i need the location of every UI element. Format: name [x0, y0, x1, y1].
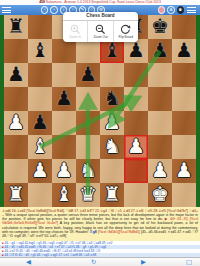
engine-icon[interactable] [158, 6, 165, 13]
square-f6[interactable] [124, 63, 148, 87]
square-a5[interactable] [4, 87, 28, 111]
square-g7[interactable]: ♟ [148, 39, 172, 63]
square-d3[interactable] [76, 135, 100, 159]
square-h8[interactable] [172, 15, 196, 39]
piece-black-pawn[interactable]: ♟ [4, 63, 28, 87]
annotation-segment: [%csl Gd5b5][%cal Rd8d5] [98, 230, 141, 234]
square-d2[interactable]: ♞ [76, 159, 100, 183]
chess-book-study-app: 458 Nakamura - Aronian 1-0 2013 Sinquefi… [0, 0, 200, 266]
square-a2[interactable] [4, 159, 28, 183]
square-e5[interactable]: ♞ [100, 87, 124, 111]
square-d7[interactable] [76, 39, 100, 63]
player-icon[interactable]: ♚ [177, 6, 184, 13]
zoom-out-label: Zoom Out [88, 35, 112, 40]
game-index: 458 [39, 0, 45, 4]
square-d5[interactable] [76, 87, 100, 111]
square-b4[interactable]: ♟ [28, 111, 52, 135]
square-a3[interactable] [4, 135, 28, 159]
piece-black-rook[interactable]: ♜ [4, 15, 28, 39]
square-a7[interactable] [4, 39, 28, 63]
square-b8[interactable] [28, 15, 52, 39]
game-title: Nakamura - Aronian 1-0 2013 Sinquefield … [46, 0, 161, 4]
square-h2[interactable]: ♟ [172, 159, 196, 183]
square-c4[interactable] [52, 111, 76, 135]
square-h4[interactable] [172, 111, 196, 135]
square-b5[interactable] [28, 87, 52, 111]
square-a1[interactable]: ♜ [4, 183, 28, 207]
zoom-in-label: Zoom In [63, 35, 87, 40]
square-f7[interactable]: ♟ [124, 39, 148, 63]
piece-white-knight[interactable]: ♞ [76, 159, 100, 183]
square-a6[interactable]: ♟ [4, 63, 28, 87]
annotations-icon[interactable]: A [167, 6, 174, 13]
piece-white-pawn[interactable]: ♟ [28, 159, 52, 183]
square-g8[interactable]: ♚ [148, 15, 172, 39]
flip-board-label: Flip Board [114, 35, 138, 40]
square-e7[interactable]: ♝ [100, 39, 124, 63]
square-e2[interactable] [100, 159, 124, 183]
piece-black-pawn[interactable]: ♟ [52, 87, 76, 111]
forward-icon[interactable]: › [50, 6, 57, 13]
square-e4[interactable]: ♟ [100, 111, 124, 135]
board-grid: ♜♛♞♜♚♝♝♟♟♟♟♟♟♞♟♟♟♝♞♟♟♟♞♟♟♜♝♛♜♚ [4, 15, 196, 207]
square-g3[interactable] [148, 135, 172, 159]
square-c5[interactable]: ♟ [52, 87, 76, 111]
square-h7[interactable]: ♟ [172, 39, 196, 63]
piece-black-pawn[interactable]: ♟ [124, 39, 148, 63]
square-a8[interactable]: ♜ [4, 15, 28, 39]
toolbar-right-icons: A♚ [158, 6, 184, 13]
square-h3[interactable] [172, 135, 196, 159]
square-c7[interactable] [52, 39, 76, 63]
square-f5[interactable] [124, 87, 148, 111]
square-c1[interactable]: ♝ [52, 183, 76, 207]
square-f2[interactable] [124, 159, 148, 183]
zoom-out-button[interactable]: Zoom Out [87, 21, 112, 42]
piece-black-pawn[interactable]: ♟ [148, 39, 172, 63]
piece-white-bishop[interactable]: ♝ [52, 183, 76, 207]
piece-white-pawn[interactable]: ♟ [52, 159, 76, 183]
square-b1[interactable] [28, 183, 52, 207]
square-f1[interactable] [124, 183, 148, 207]
square-f3[interactable]: ♟ [124, 135, 148, 159]
square-g5[interactable] [148, 87, 172, 111]
square-b6[interactable] [28, 63, 52, 87]
piece-white-bishop[interactable]: ♝ [28, 135, 52, 159]
piece-white-pawn[interactable]: ♟ [124, 135, 148, 159]
back-icon[interactable]: ‹ [41, 6, 48, 13]
zoom-in-icon [63, 23, 87, 35]
square-e3[interactable]: ♞ [100, 135, 124, 159]
piece-black-pawn[interactable]: ♟ [172, 39, 196, 63]
autoplay-icon[interactable]: ↻ [91, 258, 96, 266]
piece-white-pawn[interactable]: ♟ [100, 111, 124, 135]
square-f4[interactable] [124, 111, 148, 135]
annotation-text[interactable]: ♕xd4 16.♕xd4 [%cal Gd8d4][%csl Rd4] ♖fd8… [0, 207, 200, 241]
piece-white-king[interactable]: ♚ [148, 183, 172, 207]
piece-white-pawn[interactable]: ♟ [148, 159, 172, 183]
previous-move-icon[interactable]: ◀ [26, 258, 31, 266]
annotation-segment: ♖g8 [90, 230, 98, 234]
popover-title: Chess Board [63, 12, 138, 21]
chess-board-popover: Chess Board Zoom In Zoom Out Flip Board [63, 12, 138, 42]
piece-black-knight[interactable]: ♞ [100, 87, 124, 111]
menu-icon[interactable] [2, 7, 11, 13]
piece-white-pawn[interactable]: ♟ [172, 159, 196, 183]
bottom-toolbar: ◀↻▶□ [0, 257, 200, 266]
chess-board: ♜♛♞♜♚♝♝♟♟♟♟♟♟♞♟♟♟♝♞♟♟♟♞♟♟♜♝♛♜♚ [0, 15, 200, 207]
engine-lines: 44.♘g4 ♘xg4 45.fxg4 ♗g5 46.♗xg5 ♕xg5 47.… [0, 241, 200, 257]
square-h1[interactable] [172, 183, 196, 207]
piece-white-knight[interactable]: ♞ [100, 135, 124, 159]
next-move-icon[interactable]: ▶ [141, 258, 146, 266]
piece-black-bishop[interactable]: ♝ [100, 39, 124, 63]
square-d4[interactable] [76, 111, 100, 135]
piece-white-queen[interactable]: ♛ [76, 183, 100, 207]
square-g1[interactable]: ♚ [148, 183, 172, 207]
flip-board-button[interactable]: Flip Board [113, 21, 138, 42]
square-b2[interactable]: ♟ [28, 159, 52, 183]
square-b7[interactable]: ♝ [28, 39, 52, 63]
piece-black-pawn[interactable]: ♟ [28, 111, 52, 135]
piece-white-rook[interactable]: ♜ [100, 183, 124, 207]
notation-menu-icon[interactable] [187, 7, 196, 13]
square-h5[interactable] [172, 87, 196, 111]
piece-white-rook[interactable]: ♜ [4, 183, 28, 207]
square-g4[interactable] [148, 111, 172, 135]
square-b3[interactable]: ♝ [28, 135, 52, 159]
flip-board-icon [114, 23, 138, 35]
square-e6[interactable] [100, 63, 124, 87]
zoom-out-icon [88, 23, 112, 35]
square-g2[interactable]: ♟ [148, 159, 172, 183]
square-c6[interactable] [52, 63, 76, 87]
square-d6[interactable]: ♟ [76, 63, 100, 87]
piece-black-pawn[interactable]: ♟ [76, 63, 100, 87]
square-g6[interactable] [148, 63, 172, 87]
board-list-icon[interactable]: □ [186, 258, 192, 266]
square-d1[interactable]: ♛ [76, 183, 100, 207]
piece-black-bishop[interactable]: ♝ [28, 39, 52, 63]
piece-white-pawn[interactable]: ♟ [4, 111, 28, 135]
zoom-in-button[interactable]: Zoom In [63, 21, 87, 42]
square-a4[interactable]: ♟ [4, 111, 28, 135]
square-c3[interactable] [52, 135, 76, 159]
square-c2[interactable]: ♟ [52, 159, 76, 183]
square-h6[interactable] [172, 63, 196, 87]
square-e1[interactable]: ♜ [100, 183, 124, 207]
piece-black-king[interactable]: ♚ [148, 15, 172, 39]
